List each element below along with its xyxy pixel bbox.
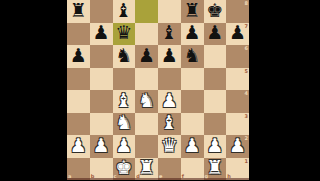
square-f4[interactable]: [181, 90, 204, 113]
square-b1[interactable]: b: [90, 158, 113, 181]
square-d3[interactable]: [135, 113, 158, 136]
square-g7[interactable]: ♟: [204, 23, 227, 46]
square-c1[interactable]: ♚c: [113, 158, 136, 181]
piece-white-pawn[interactable]: ♟: [184, 136, 201, 155]
square-a1[interactable]: a: [67, 158, 90, 181]
square-a3[interactable]: [67, 113, 90, 136]
square-h3[interactable]: 3: [226, 113, 249, 136]
file-label-a: a: [68, 174, 71, 179]
square-e8[interactable]: [158, 0, 181, 23]
square-g3[interactable]: [204, 113, 227, 136]
square-c8[interactable]: ♝: [113, 0, 136, 23]
file-label-g: g: [205, 174, 209, 179]
piece-white-bishop[interactable]: ♝: [161, 113, 178, 132]
square-c3[interactable]: ♞: [113, 113, 136, 136]
rank-label-3: 3: [245, 114, 248, 119]
square-e2[interactable]: ♛: [158, 135, 181, 158]
square-a2[interactable]: ♟: [67, 135, 90, 158]
square-d7[interactable]: [135, 23, 158, 46]
square-b8[interactable]: [90, 0, 113, 23]
rank-label-7: 7: [245, 24, 248, 29]
file-label-f: f: [182, 174, 184, 179]
piece-black-pawn[interactable]: ♟: [184, 23, 201, 42]
rank-label-5: 5: [245, 69, 248, 74]
piece-black-knight[interactable]: ♞: [115, 46, 132, 65]
square-b6[interactable]: [90, 45, 113, 68]
square-e6[interactable]: ♟: [158, 45, 181, 68]
square-e1[interactable]: e: [158, 158, 181, 181]
video-frame: ♜♝♜♚8♟♛♝♟♟♟7♟♞♟♟♞65♝♞♟4♞♝3♟♟♟♛♟♟♟2ab♚c♜d…: [0, 0, 320, 180]
piece-black-pawn[interactable]: ♟: [70, 46, 87, 65]
piece-black-bishop[interactable]: ♝: [161, 23, 178, 42]
square-b3[interactable]: [90, 113, 113, 136]
piece-white-rook[interactable]: ♜: [138, 158, 155, 177]
square-f5[interactable]: [181, 68, 204, 91]
piece-white-pawn[interactable]: ♟: [161, 91, 178, 110]
square-a6[interactable]: ♟: [67, 45, 90, 68]
piece-white-rook[interactable]: ♜: [206, 158, 223, 177]
piece-white-pawn[interactable]: ♟: [115, 136, 132, 155]
piece-white-king[interactable]: ♚: [115, 158, 132, 177]
square-e7[interactable]: ♝: [158, 23, 181, 46]
square-f2[interactable]: ♟: [181, 135, 204, 158]
square-f1[interactable]: f: [181, 158, 204, 181]
piece-white-pawn[interactable]: ♟: [206, 136, 223, 155]
square-a5[interactable]: [67, 68, 90, 91]
piece-black-rook[interactable]: ♜: [70, 1, 87, 20]
piece-black-king[interactable]: ♚: [206, 1, 223, 20]
square-h7[interactable]: ♟7: [226, 23, 249, 46]
square-g1[interactable]: ♜g: [204, 158, 227, 181]
square-d2[interactable]: [135, 135, 158, 158]
square-h1[interactable]: 1h: [226, 158, 249, 181]
piece-black-pawn[interactable]: ♟: [93, 23, 110, 42]
square-e3[interactable]: ♝: [158, 113, 181, 136]
square-a4[interactable]: [67, 90, 90, 113]
piece-white-knight[interactable]: ♞: [115, 113, 132, 132]
square-h5[interactable]: 5: [226, 68, 249, 91]
piece-white-queen[interactable]: ♛: [161, 136, 178, 155]
piece-black-pawn[interactable]: ♟: [206, 23, 223, 42]
piece-white-bishop[interactable]: ♝: [115, 91, 132, 110]
square-f6[interactable]: ♞: [181, 45, 204, 68]
piece-black-queen[interactable]: ♛: [115, 23, 132, 42]
rank-label-8: 8: [245, 1, 248, 6]
square-e5[interactable]: [158, 68, 181, 91]
rank-label-2: 2: [245, 136, 248, 141]
file-label-e: e: [159, 174, 162, 179]
square-h4[interactable]: 4: [226, 90, 249, 113]
square-c5[interactable]: [113, 68, 136, 91]
square-a8[interactable]: ♜: [67, 0, 90, 23]
piece-black-knight[interactable]: ♞: [184, 46, 201, 65]
file-label-b: b: [91, 174, 95, 179]
piece-black-pawn[interactable]: ♟: [161, 46, 178, 65]
square-e4[interactable]: ♟: [158, 90, 181, 113]
square-c4[interactable]: ♝: [113, 90, 136, 113]
rank-label-6: 6: [245, 46, 248, 51]
square-b4[interactable]: [90, 90, 113, 113]
piece-black-pawn[interactable]: ♟: [138, 46, 155, 65]
square-c2[interactable]: ♟: [113, 135, 136, 158]
piece-white-pawn[interactable]: ♟: [93, 136, 110, 155]
square-c6[interactable]: ♞: [113, 45, 136, 68]
file-label-c: c: [114, 174, 117, 179]
rank-label-4: 4: [245, 91, 248, 96]
square-c7[interactable]: ♛: [113, 23, 136, 46]
file-label-d: d: [136, 174, 140, 179]
square-b2[interactable]: ♟: [90, 135, 113, 158]
square-d8[interactable]: [135, 0, 158, 23]
square-h6[interactable]: 6: [226, 45, 249, 68]
square-b5[interactable]: [90, 68, 113, 91]
piece-black-bishop[interactable]: ♝: [115, 1, 132, 20]
square-f7[interactable]: ♟: [181, 23, 204, 46]
square-h2[interactable]: ♟2: [226, 135, 249, 158]
square-d4[interactable]: ♞: [135, 90, 158, 113]
square-g2[interactable]: ♟: [204, 135, 227, 158]
file-label-h: h: [227, 174, 231, 179]
square-f8[interactable]: ♜: [181, 0, 204, 23]
square-g4[interactable]: [204, 90, 227, 113]
square-h8[interactable]: 8: [226, 0, 249, 23]
square-g8[interactable]: ♚: [204, 0, 227, 23]
square-d6[interactable]: ♟: [135, 45, 158, 68]
chess-board: ♜♝♜♚8♟♛♝♟♟♟7♟♞♟♟♞65♝♞♟4♞♝3♟♟♟♛♟♟♟2ab♚c♜d…: [67, 0, 249, 180]
rank-label-1: 1: [245, 159, 248, 164]
square-g5[interactable]: [204, 68, 227, 91]
piece-black-rook[interactable]: ♜: [184, 1, 201, 20]
square-g6[interactable]: [204, 45, 227, 68]
square-b7[interactable]: ♟: [90, 23, 113, 46]
piece-white-pawn[interactable]: ♟: [70, 136, 87, 155]
square-d5[interactable]: [135, 68, 158, 91]
square-f3[interactable]: [181, 113, 204, 136]
square-d1[interactable]: ♜d: [135, 158, 158, 181]
piece-white-knight[interactable]: ♞: [138, 91, 155, 110]
square-a7[interactable]: [67, 23, 90, 46]
